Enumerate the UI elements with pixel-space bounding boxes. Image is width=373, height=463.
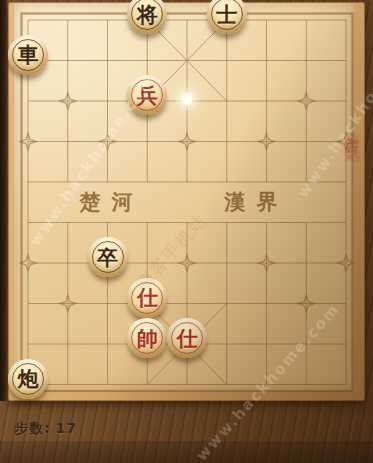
piece-character: 卒 xyxy=(88,237,128,277)
bottom-wood-shadow xyxy=(0,441,373,463)
move-counter: 步数:17 xyxy=(14,420,77,438)
board-left-edge xyxy=(0,0,8,401)
piece-character: 士 xyxy=(207,0,247,34)
piece-black-soldier[interactable]: 卒 xyxy=(88,237,128,277)
piece-black-cannon[interactable]: 炮 xyxy=(8,359,48,399)
piece-character: 仕 xyxy=(167,318,207,358)
piece-character: 車 xyxy=(8,35,48,75)
piece-red-advisor-1[interactable]: 仕 xyxy=(127,278,167,318)
piece-black-advisor[interactable]: 士 xyxy=(207,0,247,34)
move-highlight-dot xyxy=(182,94,193,105)
piece-red-soldier[interactable]: 兵 xyxy=(127,75,167,115)
piece-character: 将 xyxy=(127,0,167,34)
river-label-han-jie: 漢界 xyxy=(220,188,289,216)
move-counter-value: 17 xyxy=(56,420,77,436)
piece-black-chariot[interactable]: 車 xyxy=(8,35,48,75)
piece-black-general[interactable]: 将 xyxy=(127,0,167,34)
piece-character: 仕 xyxy=(127,278,167,318)
piece-character: 兵 xyxy=(127,75,167,115)
piece-red-advisor-2[interactable]: 仕 xyxy=(167,318,207,358)
river-label-chu-he: 楚河 xyxy=(75,188,144,216)
piece-red-general[interactable]: 帥 xyxy=(127,318,167,358)
piece-character: 炮 xyxy=(8,359,48,399)
xiangqi-game-screen: 楚河 漢界 将士車兵卒仕帥仕炮 步数:17 www.hackhome.comww… xyxy=(0,0,373,463)
move-counter-label: 步数: xyxy=(14,420,51,436)
piece-character: 帥 xyxy=(127,318,167,358)
